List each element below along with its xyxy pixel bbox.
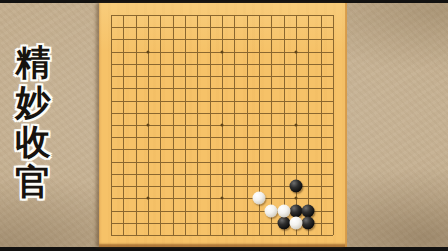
black-stone xyxy=(302,216,315,229)
star-point xyxy=(220,123,223,126)
star-point xyxy=(146,123,149,126)
grid-line-vertical xyxy=(234,15,235,235)
grid-line-vertical xyxy=(333,15,334,235)
calligraphy-char-1: 精 xyxy=(2,43,64,83)
white-stone xyxy=(265,204,278,217)
calligraphy-char-4: 官 xyxy=(2,163,64,203)
calligraphy-title: 精 妙 收 官 xyxy=(2,3,64,247)
white-stone xyxy=(289,216,302,229)
star-point xyxy=(220,50,223,53)
grid-line-vertical xyxy=(271,15,272,235)
star-point xyxy=(146,197,149,200)
calligraphy-char-3: 收 xyxy=(2,123,64,163)
grid-line-horizontal xyxy=(111,174,333,175)
black-stone xyxy=(289,204,302,217)
black-stone xyxy=(302,204,315,217)
go-board xyxy=(99,3,347,247)
video-thumbnail: 精 妙 收 官 xyxy=(0,0,448,251)
grid-line-vertical xyxy=(321,15,322,235)
star-point xyxy=(294,50,297,53)
letterbox-bar-bottom xyxy=(0,247,448,251)
calligraphy-char-2: 妙 xyxy=(2,83,64,123)
black-stone xyxy=(289,180,302,193)
grid-line-vertical xyxy=(284,15,285,235)
grid-line-vertical xyxy=(308,15,309,235)
grid-line-horizontal xyxy=(111,149,333,150)
star-point xyxy=(294,123,297,126)
star-point xyxy=(220,197,223,200)
star-point xyxy=(294,197,297,200)
grid-line-horizontal xyxy=(111,235,333,236)
black-stone xyxy=(277,216,290,229)
grid-line-horizontal xyxy=(111,137,333,138)
grid-line-horizontal xyxy=(111,162,333,163)
white-stone xyxy=(252,192,265,205)
grid-line-vertical xyxy=(247,15,248,235)
star-point xyxy=(146,50,149,53)
white-stone xyxy=(277,204,290,217)
